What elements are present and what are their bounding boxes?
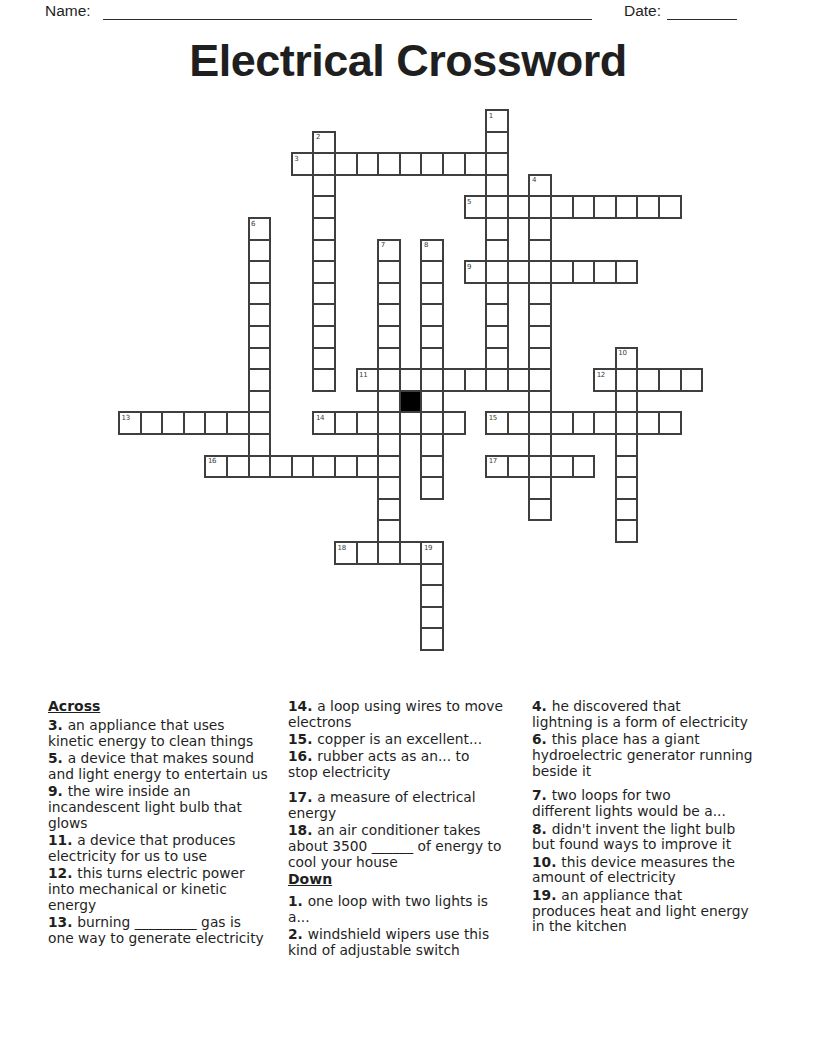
grid-cell[interactable]: 4 bbox=[528, 174, 552, 198]
grid-cell[interactable] bbox=[312, 368, 336, 392]
grid-cell[interactable]: 5 bbox=[464, 195, 488, 219]
date-label: Date: bbox=[624, 2, 661, 20]
grid-cell[interactable] bbox=[420, 325, 444, 349]
clue-item: 12. this turns electric power into mecha… bbox=[48, 866, 290, 913]
grid-cell[interactable]: 16 bbox=[204, 455, 228, 479]
grid-cell[interactable] bbox=[572, 260, 596, 284]
grid-cell[interactable] bbox=[248, 411, 272, 435]
grid-cell[interactable] bbox=[593, 411, 617, 435]
grid-cell[interactable] bbox=[528, 217, 552, 241]
worksheet-page: Name: Date: Electrical Crossword 1234567… bbox=[0, 0, 816, 1056]
grid-cell[interactable]: 15 bbox=[485, 411, 509, 435]
grid-cell[interactable]: 13 bbox=[118, 411, 142, 435]
clue-item: 19. an appliance that produces heat and … bbox=[532, 888, 774, 935]
grid-cell[interactable] bbox=[593, 260, 617, 284]
clue-number: 11. bbox=[48, 832, 77, 848]
grid-cell[interactable] bbox=[399, 368, 423, 392]
grid-cell[interactable] bbox=[399, 411, 423, 435]
grid-cell[interactable]: 9 bbox=[464, 260, 488, 284]
grid-cell[interactable] bbox=[204, 411, 228, 435]
grid-cell[interactable] bbox=[334, 411, 358, 435]
clue-item: 14. a loop using wires to move electrons bbox=[288, 699, 530, 731]
clue-item: 17. a measure of electrical energy bbox=[288, 790, 530, 822]
grid-cell[interactable] bbox=[507, 260, 531, 284]
grid-cell[interactable] bbox=[485, 347, 509, 371]
grid-cell[interactable] bbox=[312, 260, 336, 284]
cell-number: 13 bbox=[122, 414, 130, 422]
grid-cell[interactable] bbox=[485, 239, 509, 263]
cell-number: 10 bbox=[618, 349, 626, 357]
across-clue-list: 3. an appliance that uses kinetic energy… bbox=[48, 718, 290, 947]
grid-cell[interactable] bbox=[615, 498, 639, 522]
blocked-cell bbox=[399, 390, 423, 414]
grid-cell[interactable] bbox=[399, 541, 423, 565]
grid-cell[interactable] bbox=[550, 195, 574, 219]
grid-cell[interactable] bbox=[615, 519, 639, 543]
across-heading: Across bbox=[48, 699, 290, 715]
cell-number: 2 bbox=[316, 133, 320, 141]
grid-cell[interactable] bbox=[528, 433, 552, 457]
clue-number: 14. bbox=[288, 698, 317, 714]
cell-number: 8 bbox=[424, 241, 428, 249]
header-row: Name: Date: bbox=[45, 2, 737, 20]
grid-cell[interactable] bbox=[377, 325, 401, 349]
grid-cell[interactable] bbox=[312, 303, 336, 327]
clue-item: 13. burning _________ gas is one way to … bbox=[48, 915, 290, 947]
grid-cell[interactable] bbox=[636, 368, 660, 392]
grid-cell[interactable]: 18 bbox=[334, 541, 358, 565]
grid-cell[interactable]: 14 bbox=[312, 411, 336, 435]
grid-cell[interactable] bbox=[485, 174, 509, 198]
clue-number: 8. bbox=[532, 821, 552, 837]
grid-cell[interactable] bbox=[420, 347, 444, 371]
grid-cell[interactable] bbox=[572, 455, 596, 479]
clue-item: 15. copper is an excellent... bbox=[288, 732, 530, 748]
grid-cell[interactable] bbox=[356, 541, 380, 565]
grid-cell[interactable] bbox=[312, 325, 336, 349]
grid-cell[interactable] bbox=[248, 455, 272, 479]
grid-cell[interactable]: 2 bbox=[312, 131, 336, 155]
grid-cell[interactable] bbox=[312, 455, 336, 479]
grid-cell[interactable] bbox=[269, 455, 293, 479]
grid-cell[interactable] bbox=[420, 627, 444, 651]
grid-cell[interactable] bbox=[485, 282, 509, 306]
grid-cell[interactable] bbox=[528, 282, 552, 306]
grid-cell[interactable] bbox=[377, 476, 401, 500]
clue-item: 2. windshield wipers use this kind of ad… bbox=[288, 927, 530, 959]
grid-cell[interactable]: 6 bbox=[248, 217, 272, 241]
grid-cell[interactable] bbox=[377, 368, 401, 392]
grid-cell[interactable] bbox=[356, 455, 380, 479]
grid-cell[interactable] bbox=[464, 368, 488, 392]
grid-cell[interactable] bbox=[377, 152, 401, 176]
grid-cell[interactable] bbox=[485, 303, 509, 327]
cell-number: 9 bbox=[467, 263, 471, 271]
grid-cell[interactable] bbox=[399, 152, 423, 176]
grid-cell[interactable] bbox=[248, 368, 272, 392]
grid-cell[interactable] bbox=[312, 152, 336, 176]
grid-cell[interactable] bbox=[377, 433, 401, 457]
grid-cell[interactable] bbox=[420, 455, 444, 479]
grid-cell[interactable] bbox=[377, 347, 401, 371]
grid-cell[interactable] bbox=[226, 411, 250, 435]
grid-cell[interactable] bbox=[550, 455, 574, 479]
grid-cell[interactable] bbox=[248, 303, 272, 327]
grid-cell[interactable] bbox=[377, 260, 401, 284]
grid-cell[interactable] bbox=[528, 195, 552, 219]
clue-item: 18. an air conditioner takes about 3500 … bbox=[288, 823, 530, 870]
grid-cell[interactable] bbox=[593, 195, 617, 219]
grid-cell[interactable] bbox=[572, 195, 596, 219]
clue-item: 1. one loop with two lights is a... bbox=[288, 894, 530, 926]
grid-cell[interactable] bbox=[658, 411, 682, 435]
grid-cell[interactable] bbox=[550, 411, 574, 435]
clue-item: 11. a device that produces electricity f… bbox=[48, 833, 290, 865]
grid-cell[interactable] bbox=[377, 282, 401, 306]
date-input-line[interactable] bbox=[667, 3, 737, 20]
name-input-line[interactable] bbox=[103, 3, 592, 20]
cell-number: 18 bbox=[338, 544, 346, 552]
clue-number: 4. bbox=[532, 698, 552, 714]
grid-cell[interactable]: 7 bbox=[377, 239, 401, 263]
grid-cell[interactable] bbox=[248, 239, 272, 263]
cell-number: 19 bbox=[424, 544, 432, 552]
grid-cell[interactable] bbox=[356, 411, 380, 435]
grid-cell[interactable] bbox=[420, 606, 444, 630]
cell-number: 5 bbox=[467, 198, 471, 206]
grid-cell[interactable] bbox=[420, 584, 444, 608]
grid-cell[interactable] bbox=[420, 563, 444, 587]
cell-number: 11 bbox=[359, 371, 367, 379]
grid-cell[interactable] bbox=[334, 455, 358, 479]
grid-cell[interactable] bbox=[183, 411, 207, 435]
name-label: Name: bbox=[45, 2, 91, 20]
grid-cell[interactable] bbox=[442, 152, 466, 176]
page-title: Electrical Crossword bbox=[0, 33, 816, 89]
grid-cell[interactable] bbox=[312, 239, 336, 263]
grid-cell[interactable] bbox=[528, 368, 552, 392]
grid-cell[interactable] bbox=[312, 174, 336, 198]
grid-cell[interactable] bbox=[377, 411, 401, 435]
clue-number: 15. bbox=[288, 731, 317, 747]
grid-cell[interactable] bbox=[507, 368, 531, 392]
clue-number: 13. bbox=[48, 914, 77, 930]
clue-number: 16. bbox=[288, 748, 317, 764]
clue-item: 5. a device that makes sound and light e… bbox=[48, 751, 290, 783]
grid-cell[interactable] bbox=[615, 368, 639, 392]
grid-cell[interactable] bbox=[420, 282, 444, 306]
clue-item: 6. this place has a giant hydroelectric … bbox=[532, 732, 774, 779]
across-clue-list-continued: 14. a loop using wires to move electrons… bbox=[288, 699, 530, 870]
grid-cell[interactable] bbox=[377, 519, 401, 543]
cell-number: 14 bbox=[316, 414, 324, 422]
grid-cell[interactable] bbox=[507, 455, 531, 479]
grid-cell[interactable] bbox=[572, 411, 596, 435]
clue-number: 7. bbox=[532, 787, 552, 803]
grid-cell[interactable] bbox=[334, 152, 358, 176]
grid-cell[interactable] bbox=[528, 303, 552, 327]
grid-cell[interactable] bbox=[420, 152, 444, 176]
clue-number: 5. bbox=[48, 750, 68, 766]
grid-cell[interactable] bbox=[485, 325, 509, 349]
clue-number: 12. bbox=[48, 865, 77, 881]
grid-cell[interactable] bbox=[248, 347, 272, 371]
grid-cell[interactable] bbox=[312, 217, 336, 241]
grid-cell[interactable] bbox=[248, 282, 272, 306]
grid-cell[interactable] bbox=[248, 433, 272, 457]
grid-cell[interactable] bbox=[528, 260, 552, 284]
cell-number: 4 bbox=[532, 176, 536, 184]
grid-cell[interactable] bbox=[377, 390, 401, 414]
grid-cell[interactable] bbox=[248, 390, 272, 414]
grid-cell[interactable] bbox=[420, 303, 444, 327]
clue-item: 3. an appliance that uses kinetic energy… bbox=[48, 718, 290, 750]
clue-item: 8. didn't invent the light bulb but foun… bbox=[532, 822, 774, 854]
grid-cell[interactable] bbox=[485, 217, 509, 241]
grid-cell[interactable] bbox=[140, 411, 164, 435]
grid-cell[interactable] bbox=[528, 411, 552, 435]
grid-cell[interactable] bbox=[248, 260, 272, 284]
grid-cell[interactable] bbox=[636, 411, 660, 435]
grid-cell[interactable] bbox=[377, 303, 401, 327]
grid-cell[interactable] bbox=[550, 260, 574, 284]
clue-item: 9. the wire inside an incandescent light… bbox=[48, 784, 290, 831]
grid-cell[interactable] bbox=[420, 433, 444, 457]
grid-cell[interactable] bbox=[420, 260, 444, 284]
grid-cell[interactable] bbox=[420, 368, 444, 392]
grid-cell[interactable] bbox=[161, 411, 185, 435]
clue-number: 9. bbox=[48, 783, 68, 799]
grid-cell[interactable] bbox=[485, 131, 509, 155]
grid-cell[interactable] bbox=[658, 368, 682, 392]
clue-number: 10. bbox=[532, 854, 561, 870]
grid-cell[interactable] bbox=[356, 152, 380, 176]
grid-cell[interactable]: 3 bbox=[291, 152, 315, 176]
clues-column-across: Across 3. an appliance that uses kinetic… bbox=[48, 699, 290, 948]
grid-cell[interactable] bbox=[615, 260, 639, 284]
cell-number: 1 bbox=[489, 112, 493, 120]
grid-cell[interactable] bbox=[528, 347, 552, 371]
grid-cell[interactable] bbox=[377, 541, 401, 565]
grid-cell[interactable]: 11 bbox=[356, 368, 380, 392]
grid-cell[interactable] bbox=[377, 498, 401, 522]
down-clue-list-continued: 4. he discovered that lightning is a for… bbox=[532, 699, 774, 935]
clue-number: 2. bbox=[288, 926, 308, 942]
cell-number: 6 bbox=[251, 220, 255, 228]
clue-item: 4. he discovered that lightning is a for… bbox=[532, 699, 774, 731]
grid-cell[interactable]: 19 bbox=[420, 541, 444, 565]
grid-cell[interactable] bbox=[528, 498, 552, 522]
grid-cell[interactable] bbox=[528, 476, 552, 500]
cell-number: 15 bbox=[489, 414, 497, 422]
grid-cell[interactable] bbox=[680, 368, 704, 392]
grid-cell[interactable] bbox=[528, 325, 552, 349]
grid-cell[interactable] bbox=[248, 325, 272, 349]
grid-cell[interactable] bbox=[312, 282, 336, 306]
clue-item: 16. rubber acts as an... to stop electri… bbox=[288, 749, 530, 781]
grid-cell[interactable] bbox=[485, 260, 509, 284]
grid-cell[interactable] bbox=[442, 411, 466, 435]
grid-cell[interactable] bbox=[507, 411, 531, 435]
cell-number: 3 bbox=[294, 155, 298, 163]
crossword-grid: 12345678910111213141516171819 bbox=[119, 110, 703, 650]
grid-cell[interactable] bbox=[528, 455, 552, 479]
clue-number: 6. bbox=[532, 731, 552, 747]
clue-number: 19. bbox=[532, 887, 561, 903]
grid-cell[interactable] bbox=[420, 476, 444, 500]
clue-number: 17. bbox=[288, 789, 317, 805]
grid-cell[interactable] bbox=[420, 390, 444, 414]
down-clue-list: 1. one loop with two lights is a...2. wi… bbox=[288, 894, 530, 959]
grid-cell[interactable] bbox=[615, 411, 639, 435]
grid-cell[interactable] bbox=[485, 368, 509, 392]
grid-cell[interactable] bbox=[615, 455, 639, 479]
grid-cell[interactable] bbox=[312, 195, 336, 219]
clue-item: 10. this device measures the amount of e… bbox=[532, 855, 774, 887]
grid-cell[interactable] bbox=[615, 195, 639, 219]
cell-number: 7 bbox=[381, 241, 385, 249]
grid-cell[interactable]: 8 bbox=[420, 239, 444, 263]
cell-number: 17 bbox=[489, 457, 497, 465]
grid-cell[interactable] bbox=[615, 433, 639, 457]
clue-number: 3. bbox=[48, 717, 68, 733]
clues-column-down: 4. he discovered that lightning is a for… bbox=[532, 699, 774, 937]
grid-cell[interactable] bbox=[291, 455, 315, 479]
grid-cell[interactable] bbox=[464, 152, 488, 176]
grid-cell[interactable] bbox=[377, 455, 401, 479]
grid-cell[interactable]: 17 bbox=[485, 455, 509, 479]
clue-number: 18. bbox=[288, 822, 317, 838]
grid-cell[interactable] bbox=[528, 390, 552, 414]
grid-cell[interactable] bbox=[485, 195, 509, 219]
grid-cell[interactable] bbox=[485, 152, 509, 176]
grid-cell[interactable] bbox=[312, 347, 336, 371]
clue-item: 7. two loops for two different lights wo… bbox=[532, 788, 774, 820]
down-heading: Down bbox=[288, 872, 530, 888]
clues-column-middle: 14. a loop using wires to move electrons… bbox=[288, 699, 530, 960]
grid-cell[interactable] bbox=[636, 195, 660, 219]
grid-cell[interactable] bbox=[420, 411, 444, 435]
grid-cell[interactable] bbox=[507, 195, 531, 219]
grid-cell[interactable]: 12 bbox=[593, 368, 617, 392]
grid-cell[interactable] bbox=[528, 239, 552, 263]
grid-cell[interactable] bbox=[615, 390, 639, 414]
grid-cell[interactable] bbox=[615, 476, 639, 500]
clue-number: 1. bbox=[288, 893, 308, 909]
grid-cell[interactable] bbox=[226, 455, 250, 479]
grid-cell[interactable] bbox=[658, 195, 682, 219]
grid-cell[interactable] bbox=[442, 368, 466, 392]
grid-cell[interactable]: 1 bbox=[485, 109, 509, 133]
cell-number: 12 bbox=[597, 371, 605, 379]
cell-number: 16 bbox=[208, 457, 216, 465]
grid-cell[interactable]: 10 bbox=[615, 347, 639, 371]
